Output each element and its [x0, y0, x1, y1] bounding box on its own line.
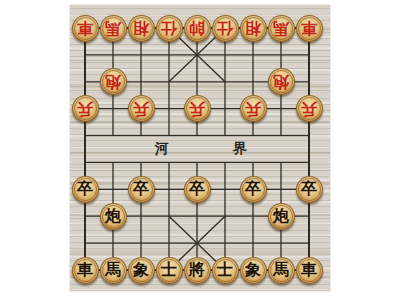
piece-red-soldier[interactable]: 兵 — [128, 95, 155, 122]
piece-black-soldier[interactable]: 卒 — [128, 176, 155, 203]
piece-glyph: 炮 — [105, 208, 121, 224]
piece-glyph: 仕 — [217, 20, 233, 36]
piece-black-horse[interactable]: 馬 — [100, 257, 127, 284]
board-grid-lines — [70, 5, 330, 291]
piece-glyph: 卒 — [77, 181, 93, 197]
piece-red-chariot[interactable]: 車 — [296, 15, 323, 42]
piece-glyph: 卒 — [189, 181, 205, 197]
piece-glyph: 仕 — [161, 20, 177, 36]
piece-glyph: 車 — [77, 262, 93, 278]
screenshot-canvas: 河 界 車馬相仕帥仕相馬車炮炮兵兵兵兵兵卒卒卒卒卒炮炮車馬象士將士象馬車 — [0, 0, 400, 300]
piece-red-chariot[interactable]: 車 — [72, 15, 99, 42]
piece-glyph: 象 — [245, 262, 261, 278]
piece-glyph: 炮 — [273, 208, 289, 224]
piece-black-advisor[interactable]: 士 — [156, 257, 183, 284]
piece-red-cannon[interactable]: 炮 — [100, 68, 127, 95]
piece-glyph: 馬 — [273, 262, 289, 278]
piece-red-soldier[interactable]: 兵 — [184, 95, 211, 122]
xiangqi-board[interactable]: 河 界 車馬相仕帥仕相馬車炮炮兵兵兵兵兵卒卒卒卒卒炮炮車馬象士將士象馬車 — [70, 5, 330, 291]
piece-glyph: 兵 — [245, 101, 261, 117]
piece-black-soldier[interactable]: 卒 — [296, 176, 323, 203]
piece-glyph: 卒 — [245, 181, 261, 197]
piece-black-elephant[interactable]: 象 — [240, 257, 267, 284]
piece-glyph: 馬 — [105, 262, 121, 278]
piece-black-horse[interactable]: 馬 — [268, 257, 295, 284]
piece-glyph: 兵 — [301, 101, 317, 117]
piece-black-elephant[interactable]: 象 — [128, 257, 155, 284]
piece-glyph: 士 — [161, 262, 177, 278]
piece-glyph: 兵 — [77, 101, 93, 117]
piece-red-general[interactable]: 帥 — [184, 15, 211, 42]
piece-glyph: 兵 — [189, 101, 205, 117]
piece-glyph: 車 — [301, 262, 317, 278]
river-label-jie: 界 — [226, 142, 254, 156]
piece-black-advisor[interactable]: 士 — [212, 257, 239, 284]
piece-glyph: 馬 — [105, 20, 121, 36]
piece-glyph: 卒 — [133, 181, 149, 197]
piece-glyph: 兵 — [133, 101, 149, 117]
piece-black-cannon[interactable]: 炮 — [268, 203, 295, 230]
piece-glyph: 馬 — [273, 20, 289, 36]
piece-glyph: 帥 — [189, 20, 205, 36]
piece-glyph: 相 — [133, 20, 149, 36]
piece-glyph: 將 — [189, 262, 205, 278]
piece-glyph: 士 — [217, 262, 233, 278]
piece-glyph: 卒 — [301, 181, 317, 197]
piece-black-soldier[interactable]: 卒 — [240, 176, 267, 203]
piece-black-general[interactable]: 將 — [184, 257, 211, 284]
piece-glyph: 炮 — [273, 74, 289, 90]
piece-red-cannon[interactable]: 炮 — [268, 68, 295, 95]
piece-glyph: 炮 — [105, 74, 121, 90]
piece-red-soldier[interactable]: 兵 — [296, 95, 323, 122]
piece-black-soldier[interactable]: 卒 — [72, 176, 99, 203]
piece-black-soldier[interactable]: 卒 — [184, 176, 211, 203]
piece-black-chariot[interactable]: 車 — [296, 257, 323, 284]
piece-red-advisor[interactable]: 仕 — [156, 15, 183, 42]
piece-red-soldier[interactable]: 兵 — [240, 95, 267, 122]
piece-red-soldier[interactable]: 兵 — [72, 95, 99, 122]
piece-red-elephant[interactable]: 相 — [128, 15, 155, 42]
piece-glyph: 相 — [245, 20, 261, 36]
piece-glyph: 車 — [301, 20, 317, 36]
river-label-he: 河 — [148, 142, 176, 156]
piece-glyph: 車 — [77, 20, 93, 36]
piece-red-horse[interactable]: 馬 — [268, 15, 295, 42]
piece-red-advisor[interactable]: 仕 — [212, 15, 239, 42]
piece-black-chariot[interactable]: 車 — [72, 257, 99, 284]
piece-glyph: 象 — [133, 262, 149, 278]
piece-red-elephant[interactable]: 相 — [240, 15, 267, 42]
piece-red-horse[interactable]: 馬 — [100, 15, 127, 42]
piece-black-cannon[interactable]: 炮 — [100, 203, 127, 230]
